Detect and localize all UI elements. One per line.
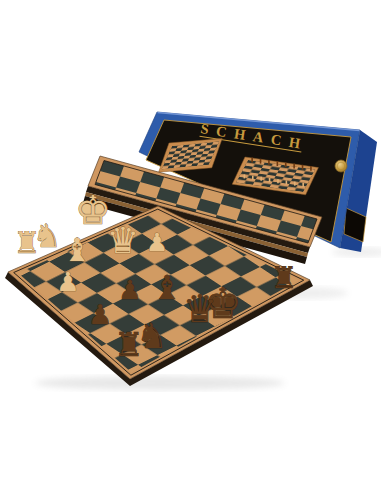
piece-black-rook: ♜: [271, 260, 298, 295]
piece-black-pawn: ♟: [118, 275, 141, 305]
piece-white-pawn: ♟: [146, 228, 168, 257]
product-photo: SCHACH ♚♞♟♜♛♝♜♟♟♝♚♛♟♞♜: [0, 0, 381, 492]
piece-black-pawn: ♟: [88, 299, 112, 330]
piece-black-rook: ♜: [114, 325, 144, 364]
piece-white-pawn: ♟: [56, 267, 79, 297]
piece-black-queen: ♛: [183, 287, 217, 331]
floor-shadow: [35, 376, 285, 390]
scene-svg: SCHACH ♚♞♟♜♛♝♜♟♟♝♚♛♟♞♜: [0, 0, 381, 492]
piece-white-rook: ♜: [14, 225, 41, 260]
box-medallion-icon: [335, 160, 347, 172]
piece-white-queen: ♛: [107, 220, 139, 261]
piece-black-bishop: ♝: [152, 268, 182, 307]
piece-white-bishop: ♝: [63, 231, 92, 269]
piece-white-king: ♚: [75, 187, 111, 233]
